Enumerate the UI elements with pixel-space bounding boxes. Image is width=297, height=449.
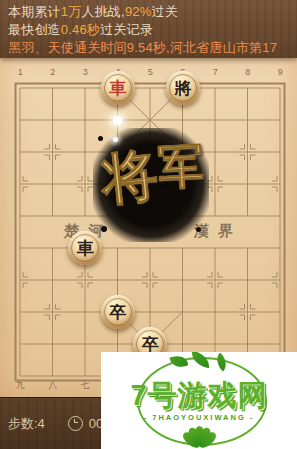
banner-highlight: 92% [125,4,152,19]
banner-line-1: 本期累计1万人挑战,92%过关 [8,3,297,21]
banner-highlight: 0.46秒 [61,22,100,37]
banner-text: 过关 [152,4,178,19]
clock-icon [68,416,83,431]
banner-text: 人挑战, [81,4,124,19]
board-grid[interactable]: 車將車卒卒 [4,72,297,392]
site-watermark: 7号游戏网 - 7HAOYOUXIWANG - [101,352,297,449]
banner-text: 最快创造 [8,22,61,37]
step-counter: 步数:4 [8,415,45,433]
banner-line-2: 最快创造0.46秒过关记录 [8,21,297,39]
piece-red-車[interactable]: 車 [101,71,135,105]
last-move-indicator [113,116,122,125]
banner-highlight: 1万 [61,4,82,19]
watermark-subtitle: - 7HAOYOUXIWANG - [101,413,297,422]
piece-black-車[interactable]: 車 [68,231,102,265]
xiangqi-app: 123456789 九八七六五四三二一 楚河 漢界 車將車卒卒 将 军 本期累计… [0,0,297,449]
watermark-title: 7号游戏网 [101,376,297,416]
banner-line-3: 黑羽、天使通关时间9.54秒,河北省唐山市第17 [8,39,297,57]
banner: 本期累计1万人挑战,92%过关 最快创造0.46秒过关记录 黑羽、天使通关时间9… [0,0,297,58]
piece-black-卒[interactable]: 卒 [101,295,135,329]
piece-black-將[interactable]: 將 [166,71,200,105]
banner-text: 过关记录 [100,22,153,37]
banner-text: 本期累计 [8,4,61,19]
